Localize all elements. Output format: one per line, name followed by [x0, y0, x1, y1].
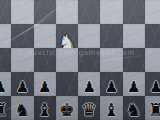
square-b4[interactable]: [123, 0, 145, 24]
square-c4[interactable]: [100, 0, 122, 24]
square-a5[interactable]: [145, 24, 160, 48]
piece-black-king[interactable]: ♚: [59, 101, 75, 119]
chess-board: ♞♟♟♟♟♟♟♟♜♞♝♚♛♝♞♜: [0, 0, 160, 120]
square-d6[interactable]: [78, 48, 100, 72]
square-e7[interactable]: [56, 72, 78, 96]
square-d8[interactable]: ♛: [78, 96, 100, 120]
piece-black-pawn[interactable]: ♟: [149, 80, 160, 95]
square-a4[interactable]: [145, 0, 160, 24]
square-f5[interactable]: [34, 24, 56, 48]
square-e4[interactable]: [56, 0, 78, 24]
piece-black-rook[interactable]: ♜: [148, 101, 160, 119]
square-b5[interactable]: [123, 24, 145, 48]
square-b6[interactable]: [123, 48, 145, 72]
square-a6[interactable]: [145, 48, 160, 72]
square-g5[interactable]: [11, 24, 33, 48]
piece-black-rook[interactable]: ♜: [0, 101, 8, 119]
square-h5[interactable]: [0, 24, 11, 48]
square-f7[interactable]: ♟: [34, 72, 56, 96]
square-a7[interactable]: ♟: [145, 72, 160, 96]
square-h6[interactable]: [0, 48, 11, 72]
square-c7[interactable]: ♟: [100, 72, 122, 96]
piece-black-pawn[interactable]: ♟: [16, 80, 29, 95]
square-b8[interactable]: ♞: [123, 96, 145, 120]
square-c5[interactable]: [100, 24, 122, 48]
piece-black-knight[interactable]: ♞: [14, 101, 30, 119]
square-f6[interactable]: [34, 48, 56, 72]
square-f4[interactable]: [34, 0, 56, 24]
piece-black-pawn[interactable]: ♟: [105, 80, 118, 95]
square-e8[interactable]: ♚: [56, 96, 78, 120]
piece-black-bishop[interactable]: ♝: [37, 101, 53, 119]
piece-black-queen[interactable]: ♛: [81, 101, 97, 119]
square-c6[interactable]: [100, 48, 122, 72]
square-d7[interactable]: ♟: [78, 72, 100, 96]
square-h7[interactable]: ♟: [0, 72, 11, 96]
chess-game-screenshot: ♞♟♟♟♟♟♟♟♜♞♝♚♛♝♞♜ jeuxclic.com games43.co…: [0, 0, 160, 120]
piece-black-pawn[interactable]: ♟: [82, 80, 95, 95]
square-b7[interactable]: ♟: [123, 72, 145, 96]
square-d4[interactable]: [78, 0, 100, 24]
piece-black-pawn[interactable]: ♟: [127, 80, 140, 95]
square-c8[interactable]: ♝: [100, 96, 122, 120]
square-h8[interactable]: ♜: [0, 96, 11, 120]
piece-black-pawn[interactable]: ♟: [0, 80, 7, 95]
square-e6[interactable]: [56, 48, 78, 72]
square-g6[interactable]: [11, 48, 33, 72]
square-a8[interactable]: ♜: [145, 96, 160, 120]
square-g4[interactable]: [11, 0, 33, 24]
piece-black-knight[interactable]: ♞: [126, 101, 142, 119]
square-d5[interactable]: [78, 24, 100, 48]
piece-black-bishop[interactable]: ♝: [103, 101, 119, 119]
square-f8[interactable]: ♝: [34, 96, 56, 120]
piece-black-pawn[interactable]: ♟: [38, 80, 51, 95]
square-g8[interactable]: ♞: [11, 96, 33, 120]
square-h4[interactable]: [0, 0, 11, 24]
square-g7[interactable]: ♟: [11, 72, 33, 96]
square-e5[interactable]: ♞: [56, 24, 78, 48]
